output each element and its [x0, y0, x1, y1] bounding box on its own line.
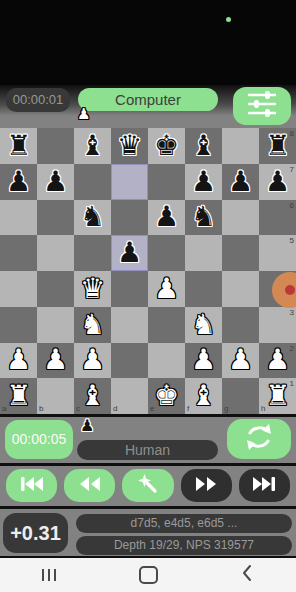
square-c5[interactable] — [74, 235, 111, 271]
square-b4[interactable] — [37, 271, 74, 307]
refresh-icon — [242, 422, 276, 456]
settings-button[interactable] — [233, 87, 291, 125]
piece-white-bishop: ♝ — [191, 382, 216, 410]
fast-forward-icon — [195, 476, 217, 496]
rank-label-5: 5 — [290, 236, 294, 245]
piece-white-pawn: ♟ — [228, 346, 253, 374]
piece-white-pawn: ♟ — [43, 346, 68, 374]
back-icon — [242, 564, 252, 586]
piece-black-bishop: ♝ — [191, 132, 216, 160]
square-e1[interactable]: ♚e — [148, 378, 185, 414]
piece-black-queen: ♛ — [117, 132, 142, 160]
square-e5[interactable] — [148, 235, 185, 271]
square-g7[interactable]: ♟ — [222, 164, 259, 200]
square-g3[interactable] — [222, 307, 259, 343]
file-label-a: a — [2, 404, 6, 413]
square-e2[interactable] — [148, 343, 185, 379]
square-c1[interactable]: ♝c — [74, 378, 111, 414]
sliders-icon — [246, 90, 278, 122]
piece-black-king: ♚ — [154, 132, 179, 160]
piece-white-knight: ♞ — [80, 311, 105, 339]
square-e6[interactable]: ♟ — [148, 200, 185, 236]
square-g2[interactable]: ♟ — [222, 343, 259, 379]
skip-start-icon — [19, 476, 45, 496]
file-label-e: e — [150, 404, 154, 413]
chess-board: ♜♝♛♚♝♜8♟♟♟♟♟7♞♟♞6♟5♛♟4♞♞3♟♟♟♟♟♟2♜ab♝cd♚e… — [0, 128, 296, 414]
square-f1[interactable]: ♝f — [185, 378, 222, 414]
skip-start-button[interactable] — [6, 469, 57, 502]
piece-black-pawn: ♟ — [43, 168, 68, 196]
piece-black-pawn: ♟ — [117, 239, 142, 267]
android-nav-bar — [0, 556, 296, 592]
square-c3[interactable]: ♞ — [74, 307, 111, 343]
rank-label-2: 2 — [290, 344, 294, 353]
file-label-f: f — [187, 404, 189, 413]
square-c2[interactable]: ♟ — [74, 343, 111, 379]
square-g6[interactable] — [222, 200, 259, 236]
square-a8[interactable]: ♜ — [0, 128, 37, 164]
captured-white-pawn: ♟ — [77, 107, 90, 122]
file-label-d: d — [113, 404, 117, 413]
home-button[interactable] — [99, 558, 198, 592]
square-f3[interactable]: ♞ — [185, 307, 222, 343]
square-f7[interactable]: ♟ — [185, 164, 222, 200]
piece-black-pawn: ♟ — [265, 168, 290, 196]
principal-variation: d7d5, e4d5, e6d5 ... — [76, 514, 292, 533]
square-b2[interactable]: ♟ — [37, 343, 74, 379]
piece-black-rook: ♜ — [265, 132, 290, 160]
square-h7[interactable]: ♟7 — [259, 164, 296, 200]
square-e7[interactable] — [148, 164, 185, 200]
square-a2[interactable]: ♟ — [0, 343, 37, 379]
rank-label-7: 7 — [290, 165, 294, 174]
square-a1[interactable]: ♜a — [0, 378, 37, 414]
square-c4[interactable]: ♛ — [74, 271, 111, 307]
square-b5[interactable] — [37, 235, 74, 271]
piece-white-pawn: ♟ — [191, 346, 216, 374]
square-d2[interactable] — [111, 343, 148, 379]
rank-label-1: 1 — [290, 379, 294, 388]
square-e8[interactable]: ♚ — [148, 128, 185, 164]
magic-wand-icon — [138, 474, 158, 498]
square-a4[interactable] — [0, 271, 37, 307]
square-c7[interactable] — [74, 164, 111, 200]
piece-white-queen: ♛ — [80, 275, 105, 303]
piece-black-knight: ♞ — [191, 203, 216, 231]
square-d3[interactable] — [111, 307, 148, 343]
human-player-bar: 00:00:05 ♟ Human — [0, 414, 296, 463]
piece-white-pawn: ♟ — [265, 346, 290, 374]
computer-player-bar: 00:00:01 Computer ♟ — [0, 85, 296, 128]
square-b1[interactable]: b — [37, 378, 74, 414]
square-g4[interactable] — [222, 271, 259, 307]
recents-button[interactable] — [0, 558, 99, 592]
piece-black-bishop: ♝ — [80, 132, 105, 160]
human-clock: 00:00:05 — [5, 420, 73, 459]
hint-button[interactable] — [122, 469, 173, 502]
fast-forward-button[interactable] — [181, 469, 232, 502]
engine-info-bar: +0.31 d7d5, e4d5, e6d5 ... Depth 19/29, … — [0, 506, 296, 556]
skip-end-button[interactable] — [239, 469, 290, 502]
square-h6[interactable]: 6 — [259, 200, 296, 236]
square-e3[interactable] — [148, 307, 185, 343]
playback-controls — [0, 463, 296, 506]
square-f6[interactable]: ♞ — [185, 200, 222, 236]
square-b6[interactable] — [37, 200, 74, 236]
piece-black-pawn: ♟ — [6, 168, 31, 196]
recents-icon — [42, 569, 56, 581]
square-h5[interactable]: 5 — [259, 235, 296, 271]
piece-white-king: ♚ — [154, 382, 179, 410]
square-h8[interactable]: ♜8 — [259, 128, 296, 164]
piece-white-rook: ♜ — [265, 382, 290, 410]
rank-label-3: 3 — [290, 308, 294, 317]
piece-white-rook: ♜ — [6, 382, 31, 410]
chess-app-screen: 00:00:01 Computer ♟ ♜♝♛♚♝♜8♟♟♟♟♟7♞♟♞6♟5♛… — [0, 0, 296, 592]
square-a3[interactable] — [0, 307, 37, 343]
piece-white-bishop: ♝ — [80, 382, 105, 410]
piece-white-pawn: ♟ — [80, 346, 105, 374]
square-d5[interactable]: ♟ — [111, 235, 148, 271]
piece-black-pawn: ♟ — [228, 168, 253, 196]
piece-white-pawn: ♟ — [6, 346, 31, 374]
notification-led-dot — [226, 17, 231, 22]
rank-label-6: 6 — [290, 201, 294, 210]
square-h2[interactable]: ♟2 — [259, 343, 296, 379]
human-player-button[interactable]: Human — [77, 440, 218, 460]
square-a6[interactable] — [0, 200, 37, 236]
piece-white-knight: ♞ — [191, 311, 216, 339]
rewind-icon — [79, 476, 101, 496]
piece-black-knight: ♞ — [80, 203, 105, 231]
square-g8[interactable] — [222, 128, 259, 164]
rewind-button[interactable] — [64, 469, 115, 502]
file-label-h: h — [261, 404, 265, 413]
square-g5[interactable] — [222, 235, 259, 271]
square-a5[interactable] — [0, 235, 37, 271]
captured-black-pawn: ♟ — [80, 418, 94, 434]
computer-clock: 00:00:01 — [6, 88, 70, 112]
square-f8[interactable]: ♝ — [185, 128, 222, 164]
square-g1[interactable]: g — [222, 378, 259, 414]
piece-black-rook: ♜ — [6, 132, 31, 160]
computer-player-button[interactable]: Computer — [78, 88, 218, 111]
square-h1[interactable]: ♜1h — [259, 378, 296, 414]
home-icon — [139, 566, 158, 584]
square-d7[interactable] — [111, 164, 148, 200]
square-d1[interactable]: d — [111, 378, 148, 414]
square-f2[interactable]: ♟ — [185, 343, 222, 379]
evaluation-score: +0.31 — [3, 513, 68, 553]
skip-end-icon — [251, 476, 277, 496]
square-d6[interactable] — [111, 200, 148, 236]
square-c8[interactable]: ♝ — [74, 128, 111, 164]
square-f4[interactable] — [185, 271, 222, 307]
square-d4[interactable] — [111, 271, 148, 307]
square-a7[interactable]: ♟ — [0, 164, 37, 200]
square-d8[interactable]: ♛ — [111, 128, 148, 164]
back-button[interactable] — [197, 558, 296, 592]
piece-black-pawn: ♟ — [154, 203, 179, 231]
piece-white-pawn: ♟ — [154, 275, 179, 303]
square-c6[interactable]: ♞ — [74, 200, 111, 236]
file-label-b: b — [39, 404, 43, 413]
computer-captured-tray: ♟ — [77, 107, 90, 122]
square-h3[interactable]: 3 — [259, 307, 296, 343]
square-b3[interactable] — [37, 307, 74, 343]
engine-depth-info: Depth 19/29, NPS 319577 — [76, 536, 292, 555]
square-b8[interactable] — [37, 128, 74, 164]
file-label-g: g — [224, 404, 228, 413]
new-game-button[interactable] — [227, 419, 291, 459]
rank-label-8: 8 — [290, 129, 294, 138]
human-captured-tray: ♟ — [80, 418, 94, 434]
status-bar — [0, 0, 296, 85]
file-label-c: c — [76, 404, 80, 413]
square-b7[interactable]: ♟ — [37, 164, 74, 200]
square-f5[interactable] — [185, 235, 222, 271]
piece-black-pawn: ♟ — [191, 168, 216, 196]
square-e4[interactable]: ♟ — [148, 271, 185, 307]
